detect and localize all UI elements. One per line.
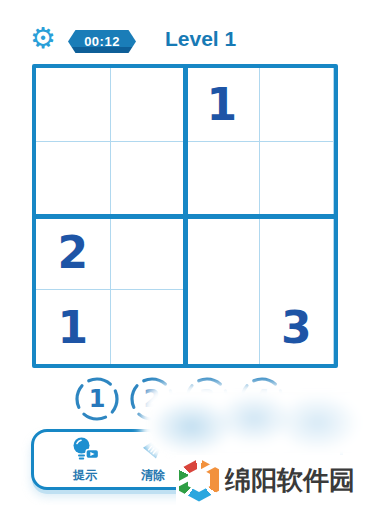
- cell-r4c4[interactable]: 3: [260, 290, 335, 364]
- cell-r2c4[interactable]: [260, 142, 335, 216]
- hint-lightbulb-icon: [69, 436, 101, 466]
- cell-r2c1[interactable]: [36, 142, 111, 216]
- timer-badge: 00:12: [68, 30, 136, 53]
- blur-overlay: [141, 383, 374, 462]
- timer-value: 00:12: [84, 34, 120, 49]
- clear-button-label: 清除: [141, 467, 165, 484]
- cell-r1c3[interactable]: 1: [185, 68, 260, 142]
- hint-button-label: 提示: [73, 467, 97, 484]
- cell-r4c2[interactable]: [111, 290, 186, 364]
- cell-r3c3[interactable]: [185, 216, 260, 290]
- sudoku-board: 1213: [32, 64, 338, 368]
- cell-r3c2[interactable]: [111, 216, 186, 290]
- cell-r4c3[interactable]: [185, 290, 260, 364]
- watermark-logo-icon: [179, 459, 219, 502]
- hint-button[interactable]: 提示: [56, 436, 114, 484]
- cell-r4c1[interactable]: 1: [36, 290, 111, 364]
- numpad-button-1[interactable]: 1: [74, 376, 120, 422]
- box-divider-horizontal: [36, 214, 334, 219]
- cell-r2c2[interactable]: [111, 142, 186, 216]
- cell-r3c1[interactable]: 2: [36, 216, 111, 290]
- settings-gear-icon[interactable]: ⚙: [29, 24, 57, 52]
- cell-r1c4[interactable]: [260, 68, 335, 142]
- app-screen: ⚙ 00:12 Level 1 1213 1234 提示: [0, 0, 374, 505]
- cell-r1c1[interactable]: [36, 68, 111, 142]
- watermark: 绵阳软件园: [176, 455, 374, 505]
- level-title: Level 1: [165, 27, 236, 51]
- cell-r2c3[interactable]: [185, 142, 260, 216]
- watermark-text: 绵阳软件园: [225, 463, 355, 498]
- cell-r1c2[interactable]: [111, 68, 186, 142]
- cell-r3c4[interactable]: [260, 216, 335, 290]
